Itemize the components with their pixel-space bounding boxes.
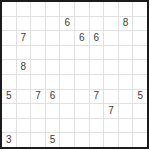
cell-r6c2[interactable]: [17, 75, 31, 89]
cell-r7c4-clue: 6: [46, 90, 60, 104]
cell-r3c1[interactable]: [2, 31, 16, 45]
cell-r10c8[interactable]: [104, 133, 118, 147]
cell-r4c4[interactable]: [46, 46, 60, 60]
cell-r5c9[interactable]: [119, 60, 133, 74]
cell-r7c7-clue: 7: [90, 90, 104, 104]
cell-r6c4[interactable]: [46, 75, 60, 89]
cell-r3c5[interactable]: [60, 31, 74, 45]
cell-r5c10[interactable]: [133, 60, 147, 74]
cell-r4c10[interactable]: [133, 46, 147, 60]
cell-r10c5[interactable]: [60, 133, 74, 147]
cell-r2c2[interactable]: [17, 17, 31, 31]
cell-r10c3[interactable]: [31, 133, 45, 147]
cell-r1c8[interactable]: [104, 2, 118, 16]
cell-r4c2[interactable]: [17, 46, 31, 60]
cell-r6c9[interactable]: [119, 75, 133, 89]
cell-r3c2-clue: 7: [17, 31, 31, 45]
cell-r2c4[interactable]: [46, 17, 60, 31]
cell-r8c10[interactable]: [133, 104, 147, 118]
cell-r10c4-clue: 5: [46, 133, 60, 147]
cell-r6c3[interactable]: [31, 75, 45, 89]
cell-r2c3[interactable]: [31, 17, 45, 31]
cell-r9c3[interactable]: [31, 119, 45, 133]
cell-r1c6[interactable]: [75, 2, 89, 16]
cell-r3c6-clue: 6: [75, 31, 89, 45]
cell-r8c8-clue: 7: [104, 104, 118, 118]
cell-r7c1-clue: 5: [2, 90, 16, 104]
cell-r6c7[interactable]: [90, 75, 104, 89]
cell-r8c2[interactable]: [17, 104, 31, 118]
cell-r8c3[interactable]: [31, 104, 45, 118]
cell-r10c10[interactable]: [133, 133, 147, 147]
cell-r5c8[interactable]: [104, 60, 118, 74]
cell-r3c3[interactable]: [31, 31, 45, 45]
cell-r10c9[interactable]: [119, 133, 133, 147]
cell-r3c9[interactable]: [119, 31, 133, 45]
cell-r5c6[interactable]: [75, 60, 89, 74]
cell-r4c7[interactable]: [90, 46, 104, 60]
cell-r1c3[interactable]: [31, 2, 45, 16]
cell-r9c1[interactable]: [2, 119, 16, 133]
cell-r10c6[interactable]: [75, 133, 89, 147]
cell-r4c1[interactable]: [2, 46, 16, 60]
cell-r8c1[interactable]: [2, 104, 16, 118]
cell-r6c5[interactable]: [60, 75, 74, 89]
cell-r7c6[interactable]: [75, 90, 89, 104]
cell-r7c8[interactable]: [104, 90, 118, 104]
cell-r1c10[interactable]: [133, 2, 147, 16]
cell-r6c10[interactable]: [133, 75, 147, 89]
cell-r8c7[interactable]: [90, 104, 104, 118]
cell-r9c9[interactable]: [119, 119, 133, 133]
cell-r4c9[interactable]: [119, 46, 133, 60]
cell-r3c8[interactable]: [104, 31, 118, 45]
cell-r2c6[interactable]: [75, 17, 89, 31]
cell-r5c7[interactable]: [90, 60, 104, 74]
cell-r8c4[interactable]: [46, 104, 60, 118]
cell-r9c10[interactable]: [133, 119, 147, 133]
cell-r9c8[interactable]: [104, 119, 118, 133]
cell-r2c1[interactable]: [2, 17, 16, 31]
cell-r3c7-clue: 6: [90, 31, 104, 45]
cell-r2c10[interactable]: [133, 17, 147, 31]
cell-r10c2[interactable]: [17, 133, 31, 147]
cell-r8c5[interactable]: [60, 104, 74, 118]
cell-r2c8[interactable]: [104, 17, 118, 31]
cell-r5c4[interactable]: [46, 60, 60, 74]
cell-r3c4[interactable]: [46, 31, 60, 45]
puzzle-board-wrapper: 68766857675735: [0, 0, 149, 149]
cell-r7c2[interactable]: [17, 90, 31, 104]
cell-r1c7[interactable]: [90, 2, 104, 16]
cell-r5c3[interactable]: [31, 60, 45, 74]
cell-r5c5[interactable]: [60, 60, 74, 74]
cell-r9c2[interactable]: [17, 119, 31, 133]
cell-r7c10-clue: 5: [133, 90, 147, 104]
cell-r5c1[interactable]: [2, 60, 16, 74]
cell-r9c7[interactable]: [90, 119, 104, 133]
cell-r1c2[interactable]: [17, 2, 31, 16]
cell-r8c6[interactable]: [75, 104, 89, 118]
cell-r10c1-clue: 3: [2, 133, 16, 147]
cell-r9c6[interactable]: [75, 119, 89, 133]
cell-r5c2-clue: 8: [17, 60, 31, 74]
cell-r3c10[interactable]: [133, 31, 147, 45]
cell-r9c4[interactable]: [46, 119, 60, 133]
cell-r8c9[interactable]: [119, 104, 133, 118]
cell-r4c3[interactable]: [31, 46, 45, 60]
cell-r1c4[interactable]: [46, 2, 60, 16]
cell-r1c9[interactable]: [119, 2, 133, 16]
cell-r4c8[interactable]: [104, 46, 118, 60]
cell-r4c6[interactable]: [75, 46, 89, 60]
cell-r1c1[interactable]: [2, 2, 16, 16]
cell-r7c5[interactable]: [60, 90, 74, 104]
cell-r2c5-clue: 6: [60, 17, 74, 31]
cell-r9c5[interactable]: [60, 119, 74, 133]
cell-r7c3-clue: 7: [31, 90, 45, 104]
cell-r2c9-clue: 8: [119, 17, 133, 31]
cell-r6c1[interactable]: [2, 75, 16, 89]
cell-r6c6[interactable]: [75, 75, 89, 89]
cell-r2c7[interactable]: [90, 17, 104, 31]
minesweeper-grid: 68766857675735: [0, 0, 149, 149]
cell-r6c8[interactable]: [104, 75, 118, 89]
cell-r1c5[interactable]: [60, 2, 74, 16]
cell-r4c5[interactable]: [60, 46, 74, 60]
cell-r7c9[interactable]: [119, 90, 133, 104]
cell-r10c7[interactable]: [90, 133, 104, 147]
